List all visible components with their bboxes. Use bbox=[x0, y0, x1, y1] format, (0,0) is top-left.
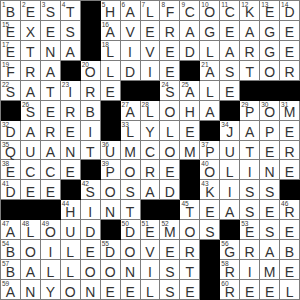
cell-r7c4[interactable]: E bbox=[61, 121, 81, 141]
cell-r15c13[interactable]: E bbox=[240, 280, 260, 300]
cell-letter: E bbox=[265, 281, 274, 299]
cell-r14c3[interactable]: L bbox=[41, 260, 61, 280]
cell-r9c13[interactable]: I bbox=[240, 160, 260, 180]
cell-letter: A bbox=[66, 41, 75, 59]
clue-number: 60 bbox=[221, 280, 228, 287]
cell-r8c8[interactable]: C bbox=[141, 141, 161, 161]
cell-letter: N bbox=[125, 261, 135, 279]
cell-r12c2[interactable]: 48L bbox=[21, 220, 41, 240]
cell-r13c7[interactable]: O bbox=[121, 240, 141, 260]
cell-r9c11[interactable]: 40O bbox=[200, 160, 220, 180]
cell-r4c8[interactable]: I bbox=[141, 61, 161, 81]
black-cell-r6c1 bbox=[1, 101, 21, 121]
cell-r7c15[interactable]: E bbox=[280, 121, 300, 141]
black-cell-r5c14 bbox=[260, 81, 280, 101]
cell-letter: T bbox=[86, 141, 95, 159]
cell-r6c5[interactable]: B bbox=[81, 101, 101, 121]
cell-r3c6[interactable]: 18L bbox=[101, 41, 121, 61]
cell-r8c1[interactable]: 35Q bbox=[1, 141, 21, 161]
cell-letter: P bbox=[265, 121, 274, 139]
cell-letter: E bbox=[46, 21, 55, 39]
cell-r14c8[interactable]: I bbox=[141, 260, 161, 280]
cell-r4c12[interactable]: S bbox=[220, 61, 240, 81]
cell-r3c13[interactable]: R bbox=[240, 41, 260, 61]
cell-r3c9[interactable]: E bbox=[160, 41, 180, 61]
cell-letter: R bbox=[284, 61, 294, 79]
cell-r13c3[interactable]: I bbox=[41, 240, 61, 260]
cell-letter: S bbox=[66, 21, 75, 39]
cell-r11c4[interactable]: 44H bbox=[61, 200, 81, 220]
cell-r6c7[interactable]: 27A bbox=[121, 101, 141, 121]
cell-r10c5[interactable]: 42S bbox=[81, 180, 101, 200]
cell-r4c1[interactable]: 19F bbox=[1, 61, 21, 81]
clue-number: 39 bbox=[102, 160, 109, 167]
cell-r8c5[interactable]: T bbox=[81, 141, 101, 161]
cell-letter: T bbox=[26, 41, 35, 59]
clue-number: 51 bbox=[142, 220, 149, 227]
cell-r10c11[interactable]: 43K bbox=[200, 180, 220, 200]
cell-letter: A bbox=[205, 101, 214, 119]
cell-letter: I bbox=[148, 61, 152, 79]
cell-letter: A bbox=[245, 121, 254, 139]
cell-r1c9[interactable]: 8F bbox=[160, 1, 180, 21]
cell-r9c15[interactable]: E bbox=[280, 160, 300, 180]
cell-r10c1[interactable]: 41D bbox=[1, 180, 21, 200]
cell-r12c14[interactable]: S bbox=[260, 220, 280, 240]
cell-r3c11[interactable]: L bbox=[200, 41, 220, 61]
cell-r15c1[interactable]: 59A bbox=[1, 280, 21, 300]
black-cell-r10c15 bbox=[280, 180, 300, 200]
cell-r10c3[interactable]: E bbox=[41, 180, 61, 200]
black-cell-r4c10 bbox=[180, 61, 200, 81]
cell-r3c1[interactable]: 17E bbox=[1, 41, 21, 61]
clue-number: 35 bbox=[2, 141, 9, 148]
cell-letter: L bbox=[206, 41, 214, 59]
cell-r6c14[interactable]: 30O bbox=[260, 101, 280, 121]
clue-number: 55 bbox=[102, 240, 109, 247]
cell-r9c7[interactable]: O bbox=[121, 160, 141, 180]
cell-r4c5[interactable]: 20O bbox=[81, 61, 101, 81]
cell-r14c6[interactable]: O bbox=[101, 260, 121, 280]
cell-r7c10[interactable]: E bbox=[180, 121, 200, 141]
cell-r6c9[interactable]: O bbox=[160, 101, 180, 121]
cell-r15c12[interactable]: 60R bbox=[220, 280, 240, 300]
cell-letter: E bbox=[285, 41, 294, 59]
clue-number: 18 bbox=[102, 41, 109, 48]
cell-r7c5[interactable]: I bbox=[81, 121, 101, 141]
cell-letter: D bbox=[185, 41, 195, 59]
cell-r4c3[interactable]: A bbox=[41, 61, 61, 81]
cell-r13c9[interactable]: E bbox=[160, 240, 180, 260]
cell-r4c7[interactable]: D bbox=[121, 61, 141, 81]
cell-r15c4[interactable]: O bbox=[61, 280, 81, 300]
cell-r13c5[interactable]: E bbox=[81, 240, 101, 260]
cell-letter: E bbox=[66, 161, 75, 179]
cell-r2c7[interactable]: V bbox=[121, 21, 141, 41]
black-cell-r14c11 bbox=[200, 260, 220, 280]
cell-letter: L bbox=[66, 261, 74, 279]
cell-letter: Y bbox=[46, 281, 55, 299]
cell-letter: E bbox=[185, 121, 194, 139]
cell-letter: S bbox=[245, 181, 254, 199]
cell-r8c4[interactable]: N bbox=[61, 141, 81, 161]
cell-r14c15[interactable]: E bbox=[280, 260, 300, 280]
cell-r2c1[interactable]: 15E bbox=[1, 21, 21, 41]
cell-r6c13[interactable]: 29P bbox=[240, 101, 260, 121]
cell-r7c3[interactable]: R bbox=[41, 121, 61, 141]
cell-r6c8[interactable]: 28L bbox=[141, 101, 161, 121]
clue-number: 15 bbox=[2, 21, 9, 28]
cell-letter: U bbox=[225, 141, 235, 159]
cell-r8c14[interactable]: E bbox=[260, 141, 280, 161]
cell-r11c6[interactable]: N bbox=[101, 200, 121, 220]
cell-r12c13[interactable]: 53E bbox=[240, 220, 260, 240]
cell-r9c9[interactable]: E bbox=[160, 160, 180, 180]
cell-letter: A bbox=[245, 21, 254, 39]
cell-r14c5[interactable]: O bbox=[81, 260, 101, 280]
cell-letter: E bbox=[165, 61, 174, 79]
cell-r8c3[interactable]: A bbox=[41, 141, 61, 161]
cell-r8c2[interactable]: U bbox=[21, 141, 41, 161]
clue-number: 56 bbox=[221, 240, 228, 247]
cell-r14c2[interactable]: A bbox=[21, 260, 41, 280]
cell-r11c13[interactable]: S bbox=[240, 200, 260, 220]
cell-r2c9[interactable]: R bbox=[160, 21, 180, 41]
clue-number: 38 bbox=[2, 160, 9, 167]
cell-r1c6[interactable]: 5H bbox=[101, 1, 121, 21]
cell-r13c6[interactable]: 55D bbox=[101, 240, 121, 260]
clue-number: 28 bbox=[142, 101, 149, 108]
cell-r1c8[interactable]: 7L bbox=[141, 1, 161, 21]
cell-letter: R bbox=[85, 81, 95, 99]
cell-r12c7[interactable]: 50D bbox=[121, 220, 141, 240]
cell-r11c7[interactable]: T bbox=[121, 200, 141, 220]
clue-number: 31 bbox=[281, 101, 288, 108]
cell-r9c4[interactable]: E bbox=[61, 160, 81, 180]
cell-r1c2[interactable]: 2E bbox=[21, 1, 41, 21]
cell-r10c6[interactable]: O bbox=[101, 180, 121, 200]
cell-r7c9[interactable]: L bbox=[160, 121, 180, 141]
cell-r2c11[interactable]: G bbox=[200, 21, 220, 41]
cell-r12c8[interactable]: 51E bbox=[141, 220, 161, 240]
black-cell-r6c12 bbox=[220, 101, 240, 121]
cell-r2c12[interactable]: E bbox=[220, 21, 240, 41]
cell-letter: E bbox=[225, 81, 234, 99]
cell-letter: E bbox=[285, 121, 294, 139]
cell-r7c13[interactable]: A bbox=[240, 121, 260, 141]
cell-r14c14[interactable]: M bbox=[260, 260, 280, 280]
cell-r11c15[interactable]: 46R bbox=[280, 200, 300, 220]
cell-r14c1[interactable]: 57B bbox=[1, 260, 21, 280]
crossword-grid: 1B2E3S4T5H6A7L8F9C10O11C12K13E14D15EXES1… bbox=[0, 0, 300, 300]
cell-r3c3[interactable]: N bbox=[41, 41, 61, 61]
cell-r1c11[interactable]: 10O bbox=[200, 1, 220, 21]
clue-number: 16 bbox=[102, 21, 109, 28]
cell-letter: L bbox=[106, 61, 114, 79]
cell-r1c13[interactable]: 12K bbox=[240, 1, 260, 21]
cell-r7c14[interactable]: P bbox=[260, 121, 280, 141]
cell-r13c10[interactable]: R bbox=[180, 240, 200, 260]
cell-r15c2[interactable]: N bbox=[21, 280, 41, 300]
cell-r5c1[interactable]: 22S bbox=[1, 81, 21, 101]
cell-r8c10[interactable]: M bbox=[180, 141, 200, 161]
cell-letter: E bbox=[265, 141, 274, 159]
cell-r1c15[interactable]: 14D bbox=[280, 1, 300, 21]
cell-r4c15[interactable]: R bbox=[280, 61, 300, 81]
cell-r15c9[interactable]: S bbox=[160, 280, 180, 300]
cell-letter: E bbox=[105, 81, 114, 99]
cell-r5c6[interactable]: E bbox=[101, 81, 121, 101]
cell-r8c15[interactable]: R bbox=[280, 141, 300, 161]
cell-r10c8[interactable]: A bbox=[141, 180, 161, 200]
cell-r12c11[interactable]: S bbox=[200, 220, 220, 240]
cell-r5c10[interactable]: 25A bbox=[180, 81, 200, 101]
clue-number: 44 bbox=[62, 200, 69, 207]
cell-letter: F bbox=[166, 1, 175, 19]
cell-r1c14[interactable]: 13E bbox=[260, 1, 280, 21]
cell-r2c8[interactable]: E bbox=[141, 21, 161, 41]
cell-r8c13[interactable]: T bbox=[240, 141, 260, 161]
cell-r12c9[interactable]: 52M bbox=[160, 220, 180, 240]
black-cell-r1c5 bbox=[81, 1, 101, 21]
cell-r7c1[interactable]: 32D bbox=[1, 121, 21, 141]
cell-letter: D bbox=[165, 181, 175, 199]
cell-letter: S bbox=[165, 281, 174, 299]
cell-r9c6[interactable]: 39P bbox=[101, 160, 121, 180]
black-cell-r10c10 bbox=[180, 180, 200, 200]
cell-r11c14[interactable]: E bbox=[260, 200, 280, 220]
cell-r2c14[interactable]: G bbox=[260, 21, 280, 41]
cell-r9c8[interactable]: R bbox=[141, 160, 161, 180]
cell-letter: L bbox=[146, 1, 154, 19]
cell-r12c4[interactable]: U bbox=[61, 220, 81, 240]
cell-letter: V bbox=[145, 41, 154, 59]
clue-number: 20 bbox=[82, 61, 89, 68]
cell-r12c3[interactable]: 49O bbox=[41, 220, 61, 240]
cell-r1c3[interactable]: 3S bbox=[41, 1, 61, 21]
cell-letter: S bbox=[245, 201, 254, 219]
cell-r1c1[interactable]: 1B bbox=[1, 1, 21, 21]
cell-letter: E bbox=[125, 281, 134, 299]
cell-r12c15[interactable]: E bbox=[280, 220, 300, 240]
cell-r10c13[interactable]: S bbox=[240, 180, 260, 200]
cell-r8c7[interactable]: M bbox=[121, 141, 141, 161]
cell-r1c7[interactable]: 6A bbox=[121, 1, 141, 21]
cell-r4c2[interactable]: R bbox=[21, 61, 41, 81]
clue-number: 33 bbox=[122, 121, 129, 128]
cell-r6c11[interactable]: A bbox=[200, 101, 220, 121]
cell-letter: I bbox=[128, 41, 132, 59]
cell-letter: E bbox=[285, 21, 294, 39]
cell-letter: C bbox=[185, 1, 195, 19]
cell-letter: A bbox=[46, 141, 55, 159]
cell-r3c7[interactable]: I bbox=[121, 41, 141, 61]
clue-number: 58 bbox=[221, 260, 228, 267]
cell-r5c4[interactable]: 23I bbox=[61, 81, 81, 101]
cell-r11c12[interactable]: A bbox=[220, 200, 240, 220]
cell-r6c10[interactable]: H bbox=[180, 101, 200, 121]
cell-r10c12[interactable]: I bbox=[220, 180, 240, 200]
cell-r6c2[interactable]: 26S bbox=[21, 101, 41, 121]
cell-letter: E bbox=[285, 221, 294, 239]
cell-r10c2[interactable]: E bbox=[21, 180, 41, 200]
cell-r9c1[interactable]: 38E bbox=[1, 160, 21, 180]
black-cell-r11c1 bbox=[1, 200, 21, 220]
cell-r15c3[interactable]: Y bbox=[41, 280, 61, 300]
cell-r3c2[interactable]: T bbox=[21, 41, 41, 61]
cell-r10c9[interactable]: D bbox=[160, 180, 180, 200]
cell-r13c14[interactable]: A bbox=[260, 240, 280, 260]
cell-r15c14[interactable]: E bbox=[260, 280, 280, 300]
cell-r8c11[interactable]: 37P bbox=[200, 141, 220, 161]
cell-letter: G bbox=[264, 21, 275, 39]
clue-number: 4 bbox=[62, 1, 66, 8]
cell-r5c3[interactable]: T bbox=[41, 81, 61, 101]
black-cell-r5c13 bbox=[240, 81, 260, 101]
cell-letter: R bbox=[245, 241, 255, 259]
black-cell-r6c6 bbox=[101, 101, 121, 121]
cell-r9c14[interactable]: N bbox=[260, 160, 280, 180]
cell-letter: S bbox=[225, 61, 234, 79]
cell-r3c14[interactable]: G bbox=[260, 41, 280, 61]
cell-r2c6[interactable]: 16A bbox=[101, 21, 121, 41]
cell-r7c12[interactable]: 34J bbox=[220, 121, 240, 141]
black-cell-r7c6 bbox=[101, 121, 121, 141]
cell-r13c13[interactable]: R bbox=[240, 240, 260, 260]
cell-r7c7[interactable]: 33L bbox=[121, 121, 141, 141]
cell-letter: E bbox=[86, 241, 95, 259]
cell-r6c15[interactable]: 31M bbox=[280, 101, 300, 121]
cell-r5c5[interactable]: R bbox=[81, 81, 101, 101]
cell-r3c10[interactable]: D bbox=[180, 41, 200, 61]
cell-letter: E bbox=[185, 281, 194, 299]
cell-r10c7[interactable]: S bbox=[121, 180, 141, 200]
clue-number: 36 bbox=[102, 141, 109, 148]
cell-r9c2[interactable]: C bbox=[21, 160, 41, 180]
cell-r5c11[interactable]: L bbox=[200, 81, 220, 101]
cell-letter: T bbox=[66, 1, 75, 19]
clue-number: 30 bbox=[261, 101, 268, 108]
cell-r11c11[interactable]: E bbox=[200, 200, 220, 220]
cell-r7c2[interactable]: A bbox=[21, 121, 41, 141]
clue-number: 46 bbox=[281, 200, 288, 207]
cell-r3c15[interactable]: E bbox=[280, 41, 300, 61]
cell-r15c10[interactable]: E bbox=[180, 280, 200, 300]
cell-r4c11[interactable]: 21A bbox=[200, 61, 220, 81]
cell-r13c12[interactable]: 56G bbox=[220, 240, 240, 260]
cell-r9c12[interactable]: L bbox=[220, 160, 240, 180]
cell-letter: E bbox=[205, 201, 214, 219]
cell-letter: O bbox=[65, 281, 76, 299]
cell-r14c12[interactable]: 58R bbox=[220, 260, 240, 280]
cell-r7c8[interactable]: Y bbox=[141, 121, 161, 141]
black-cell-r9c5 bbox=[81, 160, 101, 180]
cell-r13c8[interactable]: V bbox=[141, 240, 161, 260]
cell-r1c12[interactable]: 11C bbox=[220, 1, 240, 21]
cell-r13c15[interactable]: B bbox=[280, 240, 300, 260]
cell-r2c2[interactable]: X bbox=[21, 21, 41, 41]
cell-r15c15[interactable]: L bbox=[280, 280, 300, 300]
black-cell-r3c5 bbox=[81, 41, 101, 61]
clue-number: 49 bbox=[42, 220, 49, 227]
cell-r8c12[interactable]: U bbox=[220, 141, 240, 161]
cell-r15c7[interactable]: E bbox=[121, 280, 141, 300]
cell-letter: E bbox=[66, 121, 75, 139]
cell-letter: E bbox=[46, 181, 55, 199]
cell-letter: L bbox=[286, 281, 294, 299]
clue-number: 19 bbox=[2, 61, 9, 68]
cell-letter: Y bbox=[145, 121, 154, 139]
cell-letter: R bbox=[25, 61, 35, 79]
cell-r1c10[interactable]: 9C bbox=[180, 1, 200, 21]
cell-letter: E bbox=[285, 261, 294, 279]
cell-r4c6[interactable]: L bbox=[101, 61, 121, 81]
cell-r2c3[interactable]: E bbox=[41, 21, 61, 41]
cell-r2c15[interactable]: E bbox=[280, 21, 300, 41]
cell-r8c6[interactable]: 36U bbox=[101, 141, 121, 161]
clue-number: 32 bbox=[2, 121, 9, 128]
cell-r10c14[interactable]: S bbox=[260, 180, 280, 200]
cell-r14c10[interactable]: T bbox=[180, 260, 200, 280]
cell-r3c4[interactable]: A bbox=[61, 41, 81, 61]
cell-r13c4[interactable]: L bbox=[61, 240, 81, 260]
cell-letter: C bbox=[25, 161, 35, 179]
cell-letter: A bbox=[185, 21, 194, 39]
cell-r6c4[interactable]: R bbox=[61, 101, 81, 121]
cell-r15c5[interactable]: N bbox=[81, 280, 101, 300]
cell-r14c4[interactable]: L bbox=[61, 260, 81, 280]
cell-r14c9[interactable]: S bbox=[160, 260, 180, 280]
cell-r5c2[interactable]: A bbox=[21, 81, 41, 101]
cell-r11c10[interactable]: 45T bbox=[180, 200, 200, 220]
cell-letter: A bbox=[46, 61, 55, 79]
cell-r1c4[interactable]: 4T bbox=[61, 1, 81, 21]
cell-r5c9[interactable]: 24S bbox=[160, 81, 180, 101]
cell-r3c12[interactable]: A bbox=[220, 41, 240, 61]
cell-r14c7[interactable]: N bbox=[121, 260, 141, 280]
cell-r15c6[interactable]: E bbox=[101, 280, 121, 300]
cell-r12c5[interactable]: D bbox=[81, 220, 101, 240]
cell-r4c13[interactable]: T bbox=[240, 61, 260, 81]
cell-r15c8[interactable]: L bbox=[141, 280, 161, 300]
cell-r2c13[interactable]: A bbox=[240, 21, 260, 41]
cell-r2c10[interactable]: A bbox=[180, 21, 200, 41]
cell-r2c4[interactable]: S bbox=[61, 21, 81, 41]
cell-r9c3[interactable]: C bbox=[41, 160, 61, 180]
cell-letter: L bbox=[146, 281, 154, 299]
cell-r3c8[interactable]: V bbox=[141, 41, 161, 61]
cell-r12c1[interactable]: 47A bbox=[1, 220, 21, 240]
cell-r4c14[interactable]: O bbox=[260, 61, 280, 81]
cell-r5c12[interactable]: E bbox=[220, 81, 240, 101]
cell-r13c2[interactable]: O bbox=[21, 240, 41, 260]
cell-letter: B bbox=[285, 241, 294, 259]
clue-number: 57 bbox=[2, 260, 9, 267]
cell-r4c9[interactable]: E bbox=[160, 61, 180, 81]
cell-r12c10[interactable]: O bbox=[180, 220, 200, 240]
cell-r11c5[interactable]: I bbox=[81, 200, 101, 220]
cell-letter: L bbox=[226, 161, 234, 179]
cell-letter: R bbox=[185, 241, 195, 259]
cell-r6c3[interactable]: E bbox=[41, 101, 61, 121]
clue-number: 25 bbox=[181, 81, 188, 88]
clue-number: 50 bbox=[122, 220, 129, 227]
cell-r13c1[interactable]: 54B bbox=[1, 240, 21, 260]
cell-r8c9[interactable]: O bbox=[160, 141, 180, 161]
clue-number: 27 bbox=[122, 101, 129, 108]
cell-r14c13[interactable]: I bbox=[240, 260, 260, 280]
cell-letter: E bbox=[26, 181, 35, 199]
